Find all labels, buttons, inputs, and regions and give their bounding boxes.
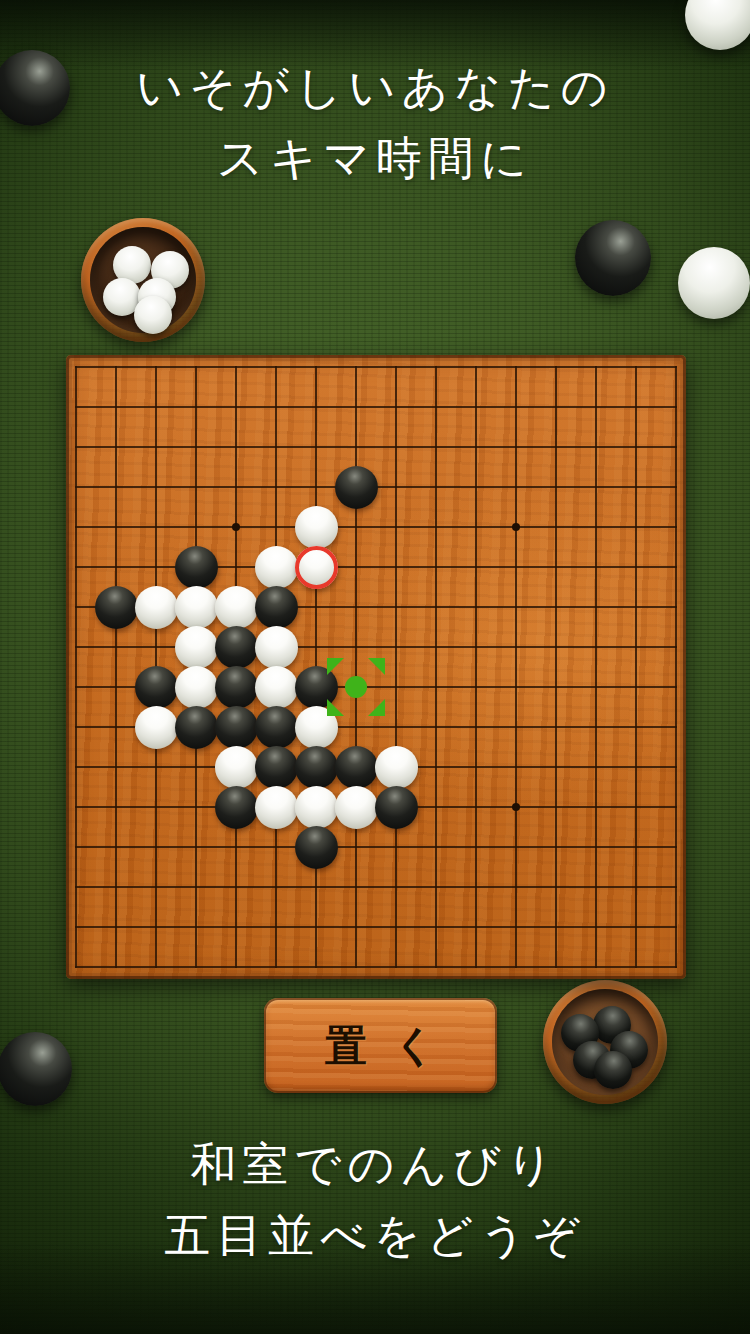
black-stone [335,466,378,509]
cursor-corner-br [368,699,385,716]
star-point [512,803,520,811]
grid-line [75,446,677,448]
cursor-corner-tr [368,658,385,675]
white-stone [255,546,298,589]
white-stone-bowl-interior [90,227,196,333]
decor-white-stone [678,247,750,319]
black-stone [255,706,298,749]
white-stone [255,666,298,709]
grid-line [635,366,637,968]
black-stone [215,786,258,829]
grid-line [515,366,517,968]
decor-white-stone [685,0,750,50]
black-stone [175,706,218,749]
black-stone [215,626,258,669]
black-stone [375,786,418,829]
grid-line [595,366,597,968]
black-stone [215,706,258,749]
white-stone [135,586,178,629]
grid-line [555,366,557,968]
grid-line [75,926,677,928]
app-screen: いそがしいあなたの スキマ時間に 置く 和室でのんびり 五目並べをどうぞ [0,0,750,1334]
black-stone [295,826,338,869]
black-stone-bowl-interior [552,989,658,1095]
grid-line [675,366,677,968]
grid-line [75,566,677,568]
black-stone [255,586,298,629]
grid-line [75,366,677,368]
gomoku-board[interactable] [66,355,686,979]
grid-line [75,526,677,528]
white-bowl-stone [134,296,172,334]
grid-line [75,646,677,648]
white-stone [375,746,418,789]
white-stone [175,626,218,669]
decor-black-stone [575,220,651,296]
white-stone [215,586,258,629]
tagline-bottom-line2: 五目並べをどうぞ [0,1200,750,1271]
white-stone [175,586,218,629]
white-stone [255,626,298,669]
black-stone [95,586,138,629]
grid-line [75,846,677,848]
black-stone [255,746,298,789]
tagline-top: いそがしいあなたの スキマ時間に [0,52,750,194]
grid-line [395,366,397,968]
black-bowl-stone [594,1051,632,1089]
grid-line [75,406,677,408]
white-stone [295,506,338,549]
black-stone-bowl [543,980,667,1104]
black-stone [215,666,258,709]
grid-line [115,366,117,968]
last-move-white-stone [295,546,338,589]
cursor-corner-bl [327,699,344,716]
white-stone [255,786,298,829]
grid-line [75,966,677,968]
place-button-label: 置く [325,1023,462,1069]
white-stone-bowl [81,218,205,342]
black-stone [295,746,338,789]
star-point [232,523,240,531]
tagline-top-line2: スキマ時間に [0,123,750,194]
grid-line [435,366,437,968]
tagline-bottom: 和室でのんびり 五目並べをどうぞ [0,1129,750,1271]
decor-black-stone [0,1032,72,1106]
white-stone [295,786,338,829]
white-stone [215,746,258,789]
place-button[interactable]: 置く [264,998,497,1093]
grid-line [75,886,677,888]
tagline-bottom-line1: 和室でのんびり [0,1129,750,1200]
black-stone [175,546,218,589]
white-stone [135,706,178,749]
white-stone [175,666,218,709]
tagline-top-line1: いそがしいあなたの [0,52,750,123]
star-point [512,523,520,531]
grid-line [475,366,477,968]
black-stone [335,746,378,789]
cursor-corner-tl [327,658,344,675]
cursor-dot [345,676,367,698]
grid-line [75,366,77,968]
white-stone [335,786,378,829]
move-cursor[interactable] [327,658,385,716]
black-stone [135,666,178,709]
